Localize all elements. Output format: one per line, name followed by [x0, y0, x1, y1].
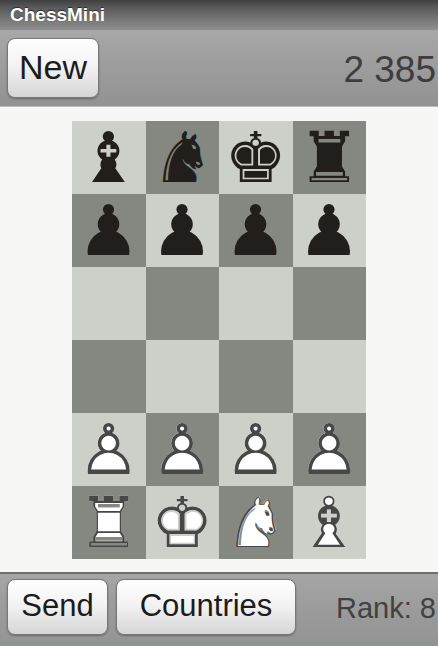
- send-button[interactable]: Send: [7, 579, 108, 635]
- square-r6c2[interactable]: ♚♔: [146, 486, 220, 559]
- app-window: ChessMini New 2 385 ♝♞♚♜♟♟♟♟♟♙♟♙♟♙♟♙♜♖♚♔…: [0, 0, 438, 646]
- square-r3c2[interactable]: [146, 267, 220, 340]
- score-value: 2 385: [343, 30, 436, 107]
- square-r5c3[interactable]: ♟♙: [219, 413, 293, 486]
- square-r5c2[interactable]: ♟♙: [146, 413, 220, 486]
- white-pawn-piece: ♙: [146, 413, 220, 486]
- white-rook-piece: ♜: [72, 486, 146, 559]
- square-r2c4[interactable]: ♟: [293, 194, 367, 267]
- white-king-piece: ♔: [146, 486, 220, 559]
- black-knight-piece: ♞: [146, 121, 220, 194]
- countries-button[interactable]: Countries: [116, 579, 296, 635]
- square-r2c2[interactable]: ♟: [146, 194, 220, 267]
- white-pawn-piece: ♙: [72, 413, 146, 486]
- square-r4c2[interactable]: [146, 340, 220, 413]
- square-r1c3[interactable]: ♚: [219, 121, 293, 194]
- white-bishop-piece: ♝: [293, 486, 367, 559]
- square-r3c1[interactable]: [72, 267, 146, 340]
- square-r4c1[interactable]: [72, 340, 146, 413]
- chess-board: ♝♞♚♜♟♟♟♟♟♙♟♙♟♙♟♙♜♖♚♔♞♘♝♗: [72, 121, 366, 559]
- square-r6c1[interactable]: ♜♖: [72, 486, 146, 559]
- white-pawn-piece: ♟: [219, 413, 293, 486]
- square-r3c3[interactable]: [219, 267, 293, 340]
- white-pawn-piece: ♙: [219, 413, 293, 486]
- square-r3c4[interactable]: [293, 267, 367, 340]
- black-pawn-piece: ♟: [219, 194, 293, 267]
- black-pawn-piece: ♟: [146, 194, 220, 267]
- white-knight-piece: ♞: [219, 486, 293, 559]
- black-pawn-piece: ♟: [293, 194, 367, 267]
- black-bishop-piece: ♝: [72, 121, 146, 194]
- rank-text: Rank: 8: [336, 574, 436, 640]
- black-pawn-piece: ♟: [72, 194, 146, 267]
- square-r1c4[interactable]: ♜: [293, 121, 367, 194]
- content-area: ♝♞♚♜♟♟♟♟♟♙♟♙♟♙♟♙♜♖♚♔♞♘♝♗: [0, 121, 438, 585]
- white-rook-piece: ♖: [72, 486, 146, 559]
- black-rook-piece: ♜: [293, 121, 367, 194]
- white-pawn-piece: ♟: [293, 413, 367, 486]
- square-r1c2[interactable]: ♞: [146, 121, 220, 194]
- white-king-piece: ♚: [146, 486, 220, 559]
- app-title: ChessMini: [10, 4, 105, 25]
- square-r5c4[interactable]: ♟♙: [293, 413, 367, 486]
- bottom-edge-strip: [0, 641, 438, 646]
- square-r1c1[interactable]: ♝: [72, 121, 146, 194]
- square-r6c4[interactable]: ♝♗: [293, 486, 367, 559]
- black-king-piece: ♚: [219, 121, 293, 194]
- square-r2c1[interactable]: ♟: [72, 194, 146, 267]
- square-r4c4[interactable]: [293, 340, 367, 413]
- square-r5c1[interactable]: ♟♙: [72, 413, 146, 486]
- white-knight-piece: ♘: [219, 486, 293, 559]
- top-toolbar: New 2 385: [0, 30, 438, 107]
- white-bishop-piece: ♗: [293, 486, 367, 559]
- white-pawn-piece: ♟: [72, 413, 146, 486]
- white-pawn-piece: ♙: [293, 413, 367, 486]
- title-bar: ChessMini: [0, 0, 438, 30]
- square-r4c3[interactable]: [219, 340, 293, 413]
- square-r6c3[interactable]: ♞♘: [219, 486, 293, 559]
- bottom-toolbar: Send Countries Rank: 8: [0, 572, 438, 646]
- white-pawn-piece: ♟: [146, 413, 220, 486]
- square-r2c3[interactable]: ♟: [219, 194, 293, 267]
- new-button[interactable]: New: [7, 38, 99, 98]
